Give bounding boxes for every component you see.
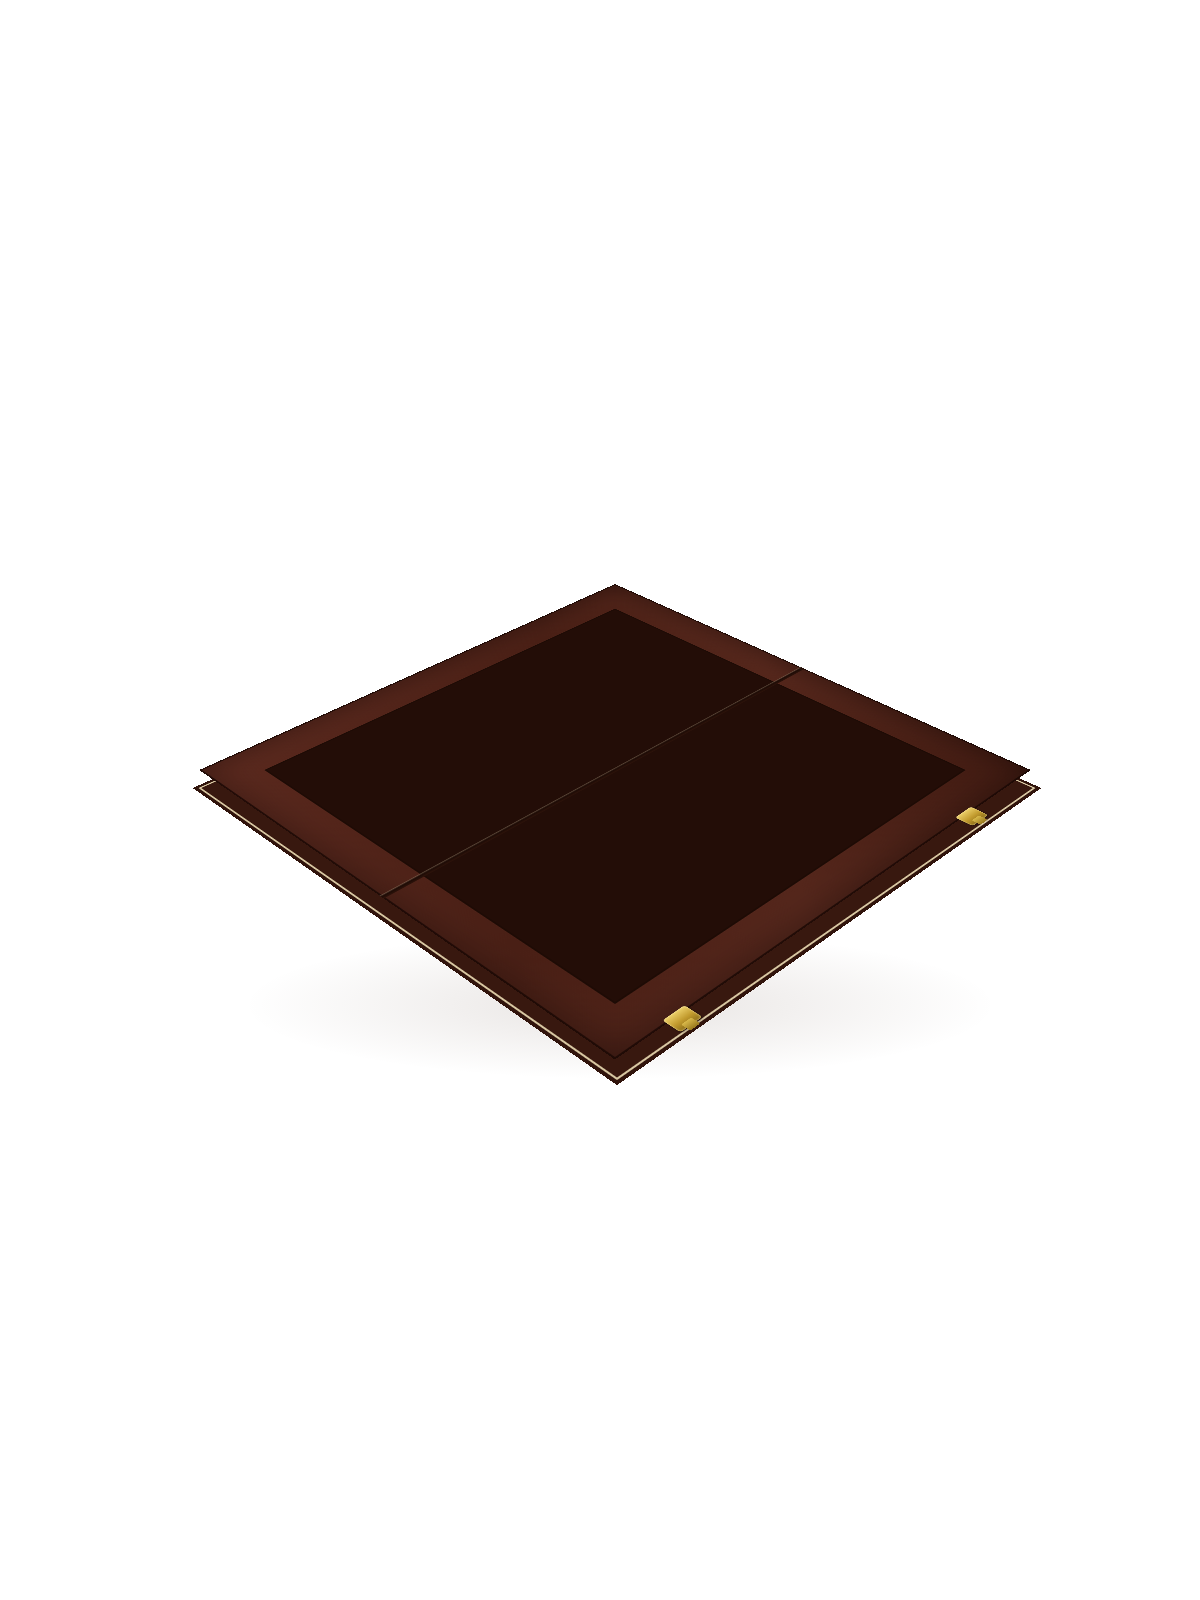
chess-scene <box>321 476 909 1064</box>
